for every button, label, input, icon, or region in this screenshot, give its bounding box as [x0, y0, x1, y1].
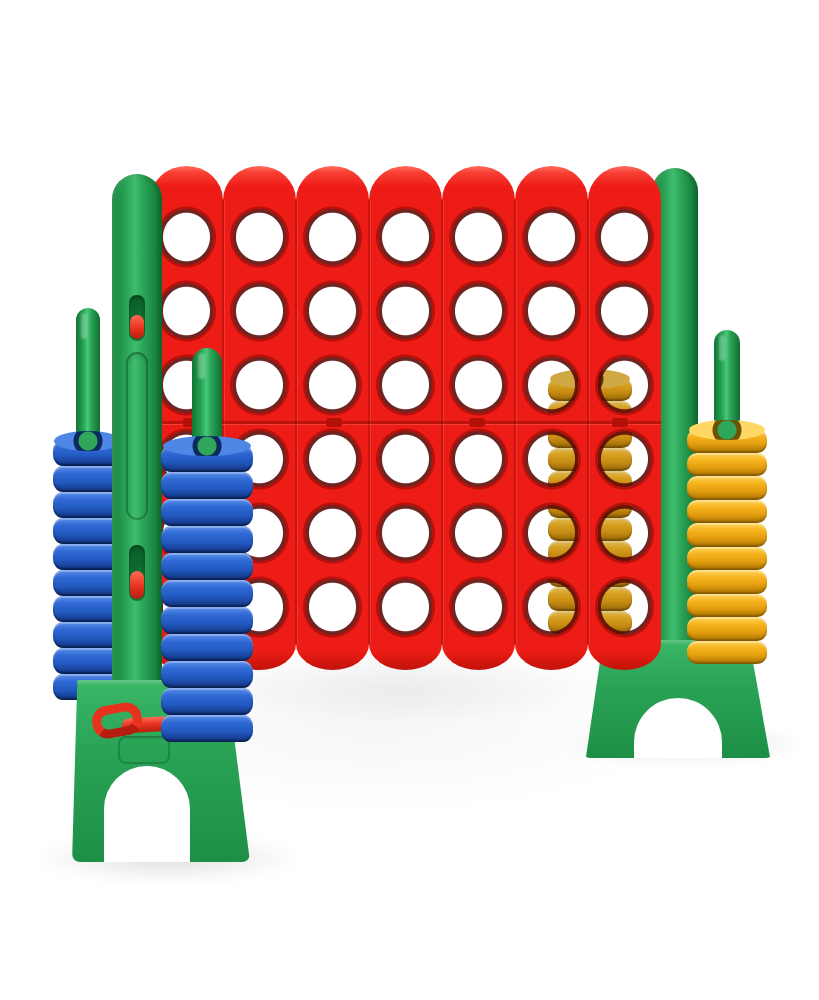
slider-pill-lower: [130, 571, 144, 599]
board-cell-r3c7: [588, 348, 661, 422]
board-cell-r4c5: [442, 422, 515, 496]
disc-column: [161, 445, 253, 742]
board-cell-r1c7: [588, 200, 661, 274]
yellow-disc: [687, 523, 767, 547]
disc-stack-left-front-post: [161, 348, 253, 742]
board-cell-r1c4: [369, 200, 442, 274]
yellow-disc: [687, 570, 767, 594]
board-cell-r2c4: [369, 274, 442, 348]
board-top-scallop: [296, 166, 369, 200]
yellow-disc: [687, 594, 767, 618]
board-top-scallop: [442, 166, 515, 200]
board-top-scallop: [223, 166, 296, 200]
board-cell-r5c5: [442, 496, 515, 570]
board-cell-r6c3: [296, 570, 369, 644]
blue-disc: [161, 580, 253, 607]
blue-disc: [161, 526, 253, 553]
blue-disc: [161, 715, 253, 742]
board-cell-r1c2: [223, 200, 296, 274]
board-top-scallop: [369, 166, 442, 200]
board-cell-r2c2: [223, 274, 296, 348]
yellow-disc: [687, 453, 767, 477]
blue-disc: [161, 472, 253, 499]
blue-disc: [161, 445, 253, 472]
board-cell-r6c7: [588, 570, 661, 644]
blue-disc: [161, 688, 253, 715]
disc-stack-right-front-post: [687, 330, 767, 664]
board-cell-r1c6: [515, 200, 588, 274]
board-cell-r2c6: [515, 274, 588, 348]
board-top-scallop: [515, 166, 588, 200]
board-cell-r5c3: [296, 496, 369, 570]
right-foot-arch-cutout: [634, 698, 722, 758]
board-cell-r6c4: [369, 570, 442, 644]
left-foot-arch-cutout: [104, 766, 190, 862]
board-cell-r4c6: [515, 422, 588, 496]
board-cell-r1c3: [296, 200, 369, 274]
board-cell-r5c7: [588, 496, 661, 570]
blue-disc: [161, 634, 253, 661]
board-cell-r3c4: [369, 348, 442, 422]
board-cell-r4c7: [588, 422, 661, 496]
yellow-disc: [687, 617, 767, 641]
slider-slot-upper: [129, 295, 145, 341]
left-side-rail: [112, 174, 162, 734]
board-cell-r3c6: [515, 348, 588, 422]
blue-disc: [161, 661, 253, 688]
blue-disc: [161, 553, 253, 580]
yellow-disc: [687, 641, 767, 665]
board-cell-r6c5: [442, 570, 515, 644]
board-cell-r2c7: [588, 274, 661, 348]
blue-disc: [161, 607, 253, 634]
board-cell-r4c3: [296, 422, 369, 496]
board-cell-r3c5: [442, 348, 515, 422]
board-cell-r4c4: [369, 422, 442, 496]
slider-slot-lower: [129, 545, 145, 601]
rail-groove: [126, 352, 148, 520]
yellow-disc: [687, 547, 767, 571]
seam-clip-tab: [469, 418, 485, 427]
board-cell-r1c5: [442, 200, 515, 274]
product-photo-giant-connect-four: [0, 0, 819, 1000]
yellow-disc: [687, 429, 767, 453]
blue-disc: [161, 499, 253, 526]
board-top-scallop: [588, 166, 661, 200]
yellow-disc: [687, 476, 767, 500]
disc-column: [687, 429, 767, 664]
seam-clip-tab: [326, 418, 342, 427]
board-cell-r5c6: [515, 496, 588, 570]
board-cell-r6c6: [515, 570, 588, 644]
seam-clip-tab: [612, 418, 628, 427]
board-cell-r2c3: [296, 274, 369, 348]
yellow-disc: [687, 500, 767, 524]
slider-pill-upper: [130, 315, 144, 339]
board-cell-r5c4: [369, 496, 442, 570]
board-cell-r2c5: [442, 274, 515, 348]
board-cell-r3c3: [296, 348, 369, 422]
